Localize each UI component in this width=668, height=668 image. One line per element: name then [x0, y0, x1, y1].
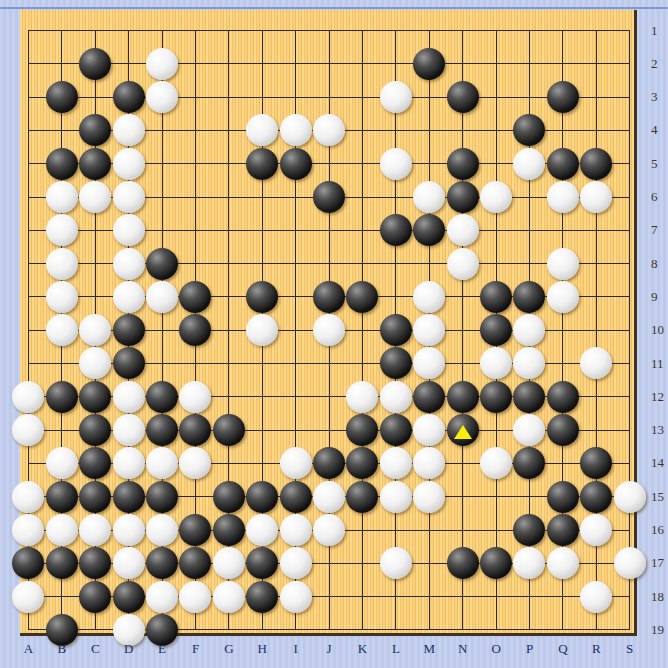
board-intersection[interactable]	[246, 447, 279, 480]
board-intersection[interactable]	[312, 447, 345, 480]
board-intersection[interactable]	[379, 314, 412, 347]
board-intersection[interactable]	[45, 114, 78, 147]
board-intersection[interactable]	[145, 14, 178, 47]
board-intersection[interactable]	[145, 80, 178, 113]
board-intersection[interactable]	[546, 547, 579, 580]
white-stone[interactable]	[146, 581, 178, 613]
board-intersection[interactable]	[613, 380, 646, 413]
black-stone[interactable]	[313, 447, 345, 479]
board-intersection[interactable]	[79, 314, 112, 347]
white-stone[interactable]	[547, 547, 579, 579]
board-intersection[interactable]	[212, 413, 245, 446]
board-intersection[interactable]	[546, 180, 579, 213]
board-intersection[interactable]	[379, 413, 412, 446]
board-intersection[interactable]	[412, 513, 445, 546]
board-intersection[interactable]	[312, 80, 345, 113]
board-intersection[interactable]	[45, 314, 78, 347]
board-intersection[interactable]	[579, 147, 612, 180]
board-intersection[interactable]	[79, 80, 112, 113]
board-intersection[interactable]	[613, 447, 646, 480]
black-stone[interactable]	[513, 447, 545, 479]
white-stone[interactable]	[146, 514, 178, 546]
board-intersection[interactable]	[579, 47, 612, 80]
white-stone[interactable]	[580, 581, 612, 613]
board-intersection[interactable]	[346, 380, 379, 413]
board-intersection[interactable]	[12, 80, 45, 113]
board-intersection[interactable]	[45, 247, 78, 280]
board-intersection[interactable]	[279, 280, 312, 313]
black-stone[interactable]	[413, 381, 445, 413]
board-intersection[interactable]	[379, 280, 412, 313]
white-stone[interactable]	[46, 314, 78, 346]
board-intersection[interactable]	[12, 14, 45, 47]
board-intersection[interactable]	[446, 513, 479, 546]
board-intersection[interactable]	[279, 80, 312, 113]
black-stone[interactable]	[79, 148, 111, 180]
board-intersection[interactable]	[312, 14, 345, 47]
board-intersection[interactable]	[179, 214, 212, 247]
board-intersection[interactable]	[112, 14, 145, 47]
board-intersection[interactable]	[279, 147, 312, 180]
board-intersection[interactable]	[446, 480, 479, 513]
board-intersection[interactable]	[546, 114, 579, 147]
board-intersection[interactable]	[279, 480, 312, 513]
board-intersection[interactable]	[45, 413, 78, 446]
white-stone[interactable]	[513, 347, 545, 379]
board-intersection[interactable]	[546, 14, 579, 47]
black-stone[interactable]	[246, 581, 278, 613]
black-stone[interactable]	[513, 114, 545, 146]
board-intersection[interactable]	[246, 114, 279, 147]
white-stone[interactable]	[246, 314, 278, 346]
board-intersection[interactable]	[112, 247, 145, 280]
board-intersection[interactable]	[112, 380, 145, 413]
board-intersection[interactable]	[79, 480, 112, 513]
board-intersection[interactable]	[546, 447, 579, 480]
board-intersection[interactable]	[346, 14, 379, 47]
board-intersection[interactable]	[513, 280, 546, 313]
white-stone[interactable]	[513, 414, 545, 446]
white-stone[interactable]	[380, 148, 412, 180]
board-intersection[interactable]	[179, 447, 212, 480]
board-intersection[interactable]	[479, 447, 512, 480]
board-intersection[interactable]	[279, 447, 312, 480]
board-intersection[interactable]	[446, 380, 479, 413]
board-intersection[interactable]	[579, 380, 612, 413]
board-intersection[interactable]	[513, 180, 546, 213]
black-stone[interactable]	[447, 181, 479, 213]
board-intersection[interactable]	[346, 580, 379, 613]
board-intersection[interactable]	[79, 547, 112, 580]
white-stone[interactable]	[413, 281, 445, 313]
board-intersection[interactable]	[145, 513, 178, 546]
board-intersection[interactable]	[179, 347, 212, 380]
black-stone[interactable]	[46, 481, 78, 513]
black-stone[interactable]	[79, 48, 111, 80]
board-intersection[interactable]	[145, 547, 178, 580]
black-stone[interactable]	[46, 381, 78, 413]
board-intersection[interactable]	[346, 347, 379, 380]
white-stone[interactable]	[79, 181, 111, 213]
board-intersection[interactable]	[479, 80, 512, 113]
board-intersection[interactable]	[112, 413, 145, 446]
board-intersection[interactable]	[513, 147, 546, 180]
board-intersection[interactable]	[412, 480, 445, 513]
board-intersection[interactable]	[346, 247, 379, 280]
board-intersection[interactable]	[246, 513, 279, 546]
black-stone[interactable]	[79, 381, 111, 413]
board-intersection[interactable]	[412, 413, 445, 446]
black-stone[interactable]	[513, 514, 545, 546]
board-intersection[interactable]	[145, 480, 178, 513]
board-intersection[interactable]	[513, 14, 546, 47]
board-intersection[interactable]	[179, 147, 212, 180]
board-intersection[interactable]	[179, 380, 212, 413]
board-intersection[interactable]	[412, 347, 445, 380]
board-intersection[interactable]	[246, 47, 279, 80]
black-stone[interactable]	[46, 81, 78, 113]
white-stone[interactable]	[12, 381, 44, 413]
white-stone[interactable]	[413, 447, 445, 479]
black-stone[interactable]	[146, 381, 178, 413]
board-intersection[interactable]	[346, 147, 379, 180]
board-intersection[interactable]	[446, 314, 479, 347]
board-intersection[interactable]	[613, 14, 646, 47]
board-intersection[interactable]	[279, 380, 312, 413]
board-intersection[interactable]	[546, 314, 579, 347]
board-intersection[interactable]	[112, 114, 145, 147]
board-intersection[interactable]	[346, 214, 379, 247]
board-intersection[interactable]	[12, 280, 45, 313]
board-intersection[interactable]	[312, 513, 345, 546]
board-intersection[interactable]	[212, 14, 245, 47]
board-intersection[interactable]	[312, 280, 345, 313]
board-intersection[interactable]	[379, 147, 412, 180]
black-stone[interactable]	[280, 148, 312, 180]
board-intersection[interactable]	[212, 214, 245, 247]
black-stone[interactable]	[547, 514, 579, 546]
board-intersection[interactable]	[479, 214, 512, 247]
board-intersection[interactable]	[212, 147, 245, 180]
white-stone[interactable]	[580, 181, 612, 213]
board-intersection[interactable]	[112, 580, 145, 613]
black-stone[interactable]	[146, 547, 178, 579]
white-stone[interactable]	[179, 447, 211, 479]
white-stone[interactable]	[213, 547, 245, 579]
board-intersection[interactable]	[179, 314, 212, 347]
white-stone[interactable]	[12, 581, 44, 613]
board-intersection[interactable]	[579, 214, 612, 247]
white-stone[interactable]	[313, 514, 345, 546]
white-stone[interactable]	[113, 381, 145, 413]
black-stone[interactable]	[346, 414, 378, 446]
white-stone[interactable]	[413, 414, 445, 446]
board-intersection[interactable]	[379, 447, 412, 480]
board-intersection[interactable]	[246, 547, 279, 580]
board-intersection[interactable]	[45, 513, 78, 546]
board-intersection[interactable]	[446, 114, 479, 147]
white-stone[interactable]	[280, 447, 312, 479]
black-stone[interactable]	[313, 181, 345, 213]
black-stone[interactable]	[246, 481, 278, 513]
board-intersection[interactable]	[45, 347, 78, 380]
board-intersection[interactable]	[479, 47, 512, 80]
board-intersection[interactable]	[212, 47, 245, 80]
board-intersection[interactable]	[346, 314, 379, 347]
black-stone[interactable]	[413, 48, 445, 80]
white-stone[interactable]	[179, 581, 211, 613]
board-intersection[interactable]	[112, 47, 145, 80]
board-intersection[interactable]	[79, 247, 112, 280]
board-intersection[interactable]	[279, 347, 312, 380]
board-intersection[interactable]	[79, 114, 112, 147]
board-intersection[interactable]	[212, 580, 245, 613]
board-intersection[interactable]	[379, 80, 412, 113]
board-intersection[interactable]	[145, 47, 178, 80]
board-intersection[interactable]	[79, 14, 112, 47]
board-intersection[interactable]	[145, 347, 178, 380]
black-stone[interactable]	[346, 447, 378, 479]
board-intersection[interactable]	[312, 114, 345, 147]
board-intersection[interactable]	[279, 314, 312, 347]
black-stone[interactable]	[12, 547, 44, 579]
board-intersection[interactable]	[613, 47, 646, 80]
board-intersection[interactable]	[12, 214, 45, 247]
board-intersection[interactable]	[546, 513, 579, 546]
board-intersection[interactable]	[412, 547, 445, 580]
white-stone[interactable]	[146, 48, 178, 80]
board-intersection[interactable]	[145, 447, 178, 480]
white-stone[interactable]	[113, 447, 145, 479]
board-intersection[interactable]	[479, 247, 512, 280]
board-intersection[interactable]	[513, 513, 546, 546]
board-intersection[interactable]	[379, 14, 412, 47]
white-stone[interactable]	[46, 248, 78, 280]
board-intersection[interactable]	[312, 380, 345, 413]
board-intersection[interactable]	[412, 314, 445, 347]
board-intersection[interactable]	[112, 147, 145, 180]
board-intersection[interactable]	[379, 580, 412, 613]
board-intersection[interactable]	[12, 114, 45, 147]
board-intersection[interactable]	[446, 180, 479, 213]
white-stone[interactable]	[113, 114, 145, 146]
white-stone[interactable]	[547, 248, 579, 280]
white-stone[interactable]	[513, 148, 545, 180]
board-intersection[interactable]	[579, 580, 612, 613]
board-intersection[interactable]	[79, 380, 112, 413]
board-intersection[interactable]	[112, 180, 145, 213]
board-intersection[interactable]	[346, 47, 379, 80]
board-intersection[interactable]	[479, 14, 512, 47]
board-intersection[interactable]	[346, 513, 379, 546]
white-stone[interactable]	[246, 514, 278, 546]
black-stone[interactable]	[447, 148, 479, 180]
board-intersection[interactable]	[412, 80, 445, 113]
white-stone[interactable]	[113, 281, 145, 313]
board-intersection[interactable]	[346, 280, 379, 313]
board-intersection[interactable]	[346, 413, 379, 446]
board-intersection[interactable]	[613, 214, 646, 247]
white-stone[interactable]	[280, 514, 312, 546]
white-stone[interactable]	[179, 381, 211, 413]
board-intersection[interactable]	[79, 47, 112, 80]
board-intersection[interactable]	[513, 47, 546, 80]
white-stone[interactable]	[113, 214, 145, 246]
board-intersection[interactable]	[145, 280, 178, 313]
board-intersection[interactable]	[479, 413, 512, 446]
black-stone[interactable]	[513, 381, 545, 413]
board-intersection[interactable]	[412, 114, 445, 147]
board-intersection[interactable]	[179, 180, 212, 213]
board-intersection[interactable]	[546, 413, 579, 446]
board-intersection[interactable]	[579, 413, 612, 446]
board-intersection[interactable]	[513, 80, 546, 113]
board-intersection[interactable]	[246, 247, 279, 280]
white-stone[interactable]	[313, 314, 345, 346]
board-intersection[interactable]	[79, 447, 112, 480]
black-stone[interactable]	[547, 81, 579, 113]
black-stone[interactable]	[447, 547, 479, 579]
black-stone[interactable]	[213, 414, 245, 446]
board-intersection[interactable]	[145, 580, 178, 613]
white-stone[interactable]	[313, 481, 345, 513]
board-intersection[interactable]	[579, 513, 612, 546]
board-intersection[interactable]	[212, 280, 245, 313]
black-stone[interactable]	[547, 381, 579, 413]
board-intersection[interactable]	[179, 80, 212, 113]
board-intersection[interactable]	[145, 147, 178, 180]
board-intersection[interactable]	[145, 214, 178, 247]
black-stone[interactable]	[46, 547, 78, 579]
board-intersection[interactable]	[412, 147, 445, 180]
black-stone[interactable]	[480, 381, 512, 413]
board-intersection[interactable]	[546, 580, 579, 613]
board-intersection[interactable]	[145, 314, 178, 347]
white-stone[interactable]	[146, 81, 178, 113]
board-intersection[interactable]	[79, 347, 112, 380]
board-intersection[interactable]	[412, 180, 445, 213]
white-stone[interactable]	[12, 414, 44, 446]
white-stone[interactable]	[614, 547, 646, 579]
board-intersection[interactable]	[279, 247, 312, 280]
board-intersection[interactable]	[212, 380, 245, 413]
board-intersection[interactable]	[379, 347, 412, 380]
board-intersection[interactable]	[613, 114, 646, 147]
black-stone[interactable]	[146, 248, 178, 280]
board-intersection[interactable]	[45, 447, 78, 480]
board-intersection[interactable]	[446, 47, 479, 80]
board-intersection[interactable]	[579, 314, 612, 347]
black-stone[interactable]	[547, 481, 579, 513]
board-intersection[interactable]	[45, 147, 78, 180]
board-intersection[interactable]	[479, 580, 512, 613]
black-stone[interactable]	[246, 281, 278, 313]
white-stone[interactable]	[480, 181, 512, 213]
black-stone[interactable]	[380, 314, 412, 346]
white-stone[interactable]	[580, 347, 612, 379]
board-intersection[interactable]	[579, 247, 612, 280]
white-stone[interactable]	[46, 447, 78, 479]
board-intersection[interactable]	[613, 180, 646, 213]
board-intersection[interactable]	[446, 14, 479, 47]
board-intersection[interactable]	[112, 480, 145, 513]
board-intersection[interactable]	[12, 247, 45, 280]
board-intersection[interactable]	[346, 480, 379, 513]
board-intersection[interactable]	[379, 480, 412, 513]
black-stone[interactable]	[179, 547, 211, 579]
board-intersection[interactable]	[112, 80, 145, 113]
board-intersection[interactable]	[379, 547, 412, 580]
white-stone[interactable]	[113, 181, 145, 213]
board-intersection[interactable]	[546, 80, 579, 113]
board-intersection[interactable]	[579, 114, 612, 147]
white-stone[interactable]	[46, 214, 78, 246]
board-intersection[interactable]	[179, 413, 212, 446]
board-intersection[interactable]	[613, 280, 646, 313]
board-intersection[interactable]	[179, 480, 212, 513]
board-intersection[interactable]	[246, 214, 279, 247]
board-intersection[interactable]	[279, 114, 312, 147]
black-stone[interactable]	[113, 81, 145, 113]
board-intersection[interactable]	[12, 547, 45, 580]
board-intersection[interactable]	[12, 480, 45, 513]
white-stone[interactable]	[547, 281, 579, 313]
white-stone[interactable]	[280, 547, 312, 579]
board-intersection[interactable]	[412, 447, 445, 480]
white-stone[interactable]	[146, 447, 178, 479]
board-intersection[interactable]	[579, 14, 612, 47]
board-intersection[interactable]	[279, 413, 312, 446]
white-stone[interactable]	[480, 447, 512, 479]
board-intersection[interactable]	[346, 547, 379, 580]
board-intersection[interactable]	[246, 280, 279, 313]
board-intersection[interactable]	[446, 413, 479, 446]
black-stone[interactable]	[179, 314, 211, 346]
board-intersection[interactable]	[613, 347, 646, 380]
board-intersection[interactable]	[79, 580, 112, 613]
board-intersection[interactable]	[79, 214, 112, 247]
black-stone[interactable]	[580, 481, 612, 513]
board-intersection[interactable]	[279, 180, 312, 213]
board-intersection[interactable]	[45, 47, 78, 80]
board-intersection[interactable]	[279, 547, 312, 580]
board-intersection[interactable]	[112, 214, 145, 247]
board-intersection[interactable]	[412, 580, 445, 613]
black-stone[interactable]	[246, 148, 278, 180]
board-intersection[interactable]	[446, 280, 479, 313]
board-intersection[interactable]	[446, 247, 479, 280]
board-intersection[interactable]	[513, 380, 546, 413]
white-stone[interactable]	[213, 581, 245, 613]
black-stone[interactable]	[447, 81, 479, 113]
board-intersection[interactable]	[412, 380, 445, 413]
board-intersection[interactable]	[479, 180, 512, 213]
board-intersection[interactable]	[212, 247, 245, 280]
board-intersection[interactable]	[79, 513, 112, 546]
board-intersection[interactable]	[45, 547, 78, 580]
board-intersection[interactable]	[312, 47, 345, 80]
board-intersection[interactable]	[613, 513, 646, 546]
board-intersection[interactable]	[479, 513, 512, 546]
board-intersection[interactable]	[613, 413, 646, 446]
board-intersection[interactable]	[513, 247, 546, 280]
black-stone[interactable]	[547, 148, 579, 180]
white-stone[interactable]	[146, 281, 178, 313]
board-intersection[interactable]	[446, 447, 479, 480]
board-intersection[interactable]	[379, 247, 412, 280]
board-intersection[interactable]	[45, 180, 78, 213]
board-intersection[interactable]	[412, 214, 445, 247]
